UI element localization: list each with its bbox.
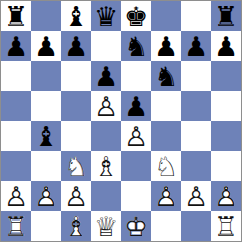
- piece-outline-glyph: ♗: [61, 211, 91, 241]
- square-a3[interactable]: [1, 151, 31, 181]
- square-a6[interactable]: [1, 61, 31, 91]
- black-pawn[interactable]: ♟: [181, 31, 211, 61]
- black-pawn[interactable]: ♟: [91, 61, 121, 91]
- piece-outline-glyph: ♗: [91, 151, 121, 181]
- square-h7[interactable]: ♟: [211, 31, 241, 61]
- square-c4[interactable]: [61, 121, 91, 151]
- white-bishop[interactable]: ♝♗: [61, 211, 91, 241]
- square-f1[interactable]: [151, 211, 181, 241]
- square-b1[interactable]: [31, 211, 61, 241]
- piece-glyph: ♟: [151, 31, 181, 61]
- square-d4[interactable]: [91, 121, 121, 151]
- square-b3[interactable]: [31, 151, 61, 181]
- chess-board: ♜♝♛♚♜♟♟♟♞♟♟♟♟♞♟♙♟♝♟♙♞♘♝♗♞♘♟♙♟♙♟♙♟♙♟♙♟♙♜♖…: [0, 0, 242, 242]
- black-queen[interactable]: ♛: [91, 1, 121, 31]
- square-a8[interactable]: ♜: [1, 1, 31, 31]
- square-c6[interactable]: [61, 61, 91, 91]
- square-d6[interactable]: ♟: [91, 61, 121, 91]
- square-b2[interactable]: ♟♙: [31, 181, 61, 211]
- square-d8[interactable]: ♛: [91, 1, 121, 31]
- square-g2[interactable]: ♟♙: [181, 181, 211, 211]
- square-e8[interactable]: ♚: [121, 1, 151, 31]
- white-pawn[interactable]: ♟♙: [1, 181, 31, 211]
- square-f8[interactable]: [151, 1, 181, 31]
- square-f6[interactable]: ♞: [151, 61, 181, 91]
- square-a1[interactable]: ♜♖: [1, 211, 31, 241]
- piece-outline-glyph: ♘: [61, 151, 91, 181]
- square-g7[interactable]: ♟: [181, 31, 211, 61]
- square-g3[interactable]: [181, 151, 211, 181]
- square-h5[interactable]: [211, 91, 241, 121]
- square-c3[interactable]: ♞♘: [61, 151, 91, 181]
- piece-glyph: ♟: [31, 31, 61, 61]
- white-pawn[interactable]: ♟♙: [121, 121, 151, 151]
- square-c1[interactable]: ♝♗: [61, 211, 91, 241]
- piece-glyph: ♟: [91, 61, 121, 91]
- piece-glyph: ♚: [121, 1, 151, 31]
- piece-outline-glyph: ♙: [151, 181, 181, 211]
- black-pawn[interactable]: ♟: [31, 31, 61, 61]
- piece-outline-glyph: ♖: [1, 211, 31, 241]
- piece-outline-glyph: ♘: [151, 151, 181, 181]
- black-bishop[interactable]: ♝: [31, 121, 61, 151]
- piece-outline-glyph: ♔: [121, 211, 151, 241]
- square-h1[interactable]: ♜♖: [211, 211, 241, 241]
- square-c7[interactable]: ♟: [61, 31, 91, 61]
- square-a5[interactable]: [1, 91, 31, 121]
- white-pawn[interactable]: ♟♙: [91, 91, 121, 121]
- black-knight[interactable]: ♞: [151, 61, 181, 91]
- piece-glyph: ♝: [61, 1, 91, 31]
- piece-outline-glyph: ♕: [91, 211, 121, 241]
- black-rook[interactable]: ♜: [211, 1, 241, 31]
- square-a2[interactable]: ♟♙: [1, 181, 31, 211]
- piece-glyph: ♞: [151, 61, 181, 91]
- square-h6[interactable]: [211, 61, 241, 91]
- square-b8[interactable]: [31, 1, 61, 31]
- black-pawn[interactable]: ♟: [211, 31, 241, 61]
- square-d5[interactable]: ♟♙: [91, 91, 121, 121]
- piece-outline-glyph: ♙: [121, 121, 151, 151]
- square-a7[interactable]: ♟: [1, 31, 31, 61]
- square-h4[interactable]: [211, 121, 241, 151]
- square-h8[interactable]: ♜: [211, 1, 241, 31]
- piece-outline-glyph: ♙: [91, 91, 121, 121]
- square-d1[interactable]: ♛♕: [91, 211, 121, 241]
- square-e7[interactable]: ♞: [121, 31, 151, 61]
- white-pawn[interactable]: ♟♙: [61, 181, 91, 211]
- square-h3[interactable]: [211, 151, 241, 181]
- square-g8[interactable]: [181, 1, 211, 31]
- piece-glyph: ♛: [91, 1, 121, 31]
- piece-outline-glyph: ♙: [211, 181, 241, 211]
- white-king[interactable]: ♚♔: [121, 211, 151, 241]
- piece-glyph: ♟: [211, 31, 241, 61]
- piece-outline-glyph: ♙: [61, 181, 91, 211]
- square-f4[interactable]: [151, 121, 181, 151]
- square-e2[interactable]: [121, 181, 151, 211]
- square-a4[interactable]: [1, 121, 31, 151]
- piece-glyph: ♝: [31, 121, 61, 151]
- black-pawn[interactable]: ♟: [61, 31, 91, 61]
- piece-glyph: ♜: [1, 1, 31, 31]
- square-b4[interactable]: ♝: [31, 121, 61, 151]
- square-e1[interactable]: ♚♔: [121, 211, 151, 241]
- white-knight[interactable]: ♞♘: [61, 151, 91, 181]
- square-f2[interactable]: ♟♙: [151, 181, 181, 211]
- piece-glyph: ♟: [121, 91, 151, 121]
- square-f5[interactable]: [151, 91, 181, 121]
- white-pawn[interactable]: ♟♙: [31, 181, 61, 211]
- square-d3[interactable]: ♝♗: [91, 151, 121, 181]
- square-e5[interactable]: ♟: [121, 91, 151, 121]
- white-pawn[interactable]: ♟♙: [181, 181, 211, 211]
- square-c2[interactable]: ♟♙: [61, 181, 91, 211]
- white-pawn[interactable]: ♟♙: [211, 181, 241, 211]
- white-queen[interactable]: ♛♕: [91, 211, 121, 241]
- piece-glyph: ♟: [61, 31, 91, 61]
- square-h2[interactable]: ♟♙: [211, 181, 241, 211]
- piece-glyph: ♜: [211, 1, 241, 31]
- white-rook[interactable]: ♜♖: [1, 211, 31, 241]
- square-f7[interactable]: ♟: [151, 31, 181, 61]
- square-c5[interactable]: [61, 91, 91, 121]
- square-b5[interactable]: [31, 91, 61, 121]
- square-b7[interactable]: ♟: [31, 31, 61, 61]
- piece-outline-glyph: ♖: [211, 211, 241, 241]
- black-king[interactable]: ♚: [121, 1, 151, 31]
- square-d2[interactable]: [91, 181, 121, 211]
- white-knight[interactable]: ♞♘: [151, 151, 181, 181]
- piece-glyph: ♟: [1, 31, 31, 61]
- white-rook[interactable]: ♜♖: [211, 211, 241, 241]
- square-c8[interactable]: ♝: [61, 1, 91, 31]
- square-e3[interactable]: [121, 151, 151, 181]
- square-f3[interactable]: ♞♘: [151, 151, 181, 181]
- square-g5[interactable]: [181, 91, 211, 121]
- black-bishop[interactable]: ♝: [61, 1, 91, 31]
- black-pawn[interactable]: ♟: [121, 91, 151, 121]
- piece-outline-glyph: ♙: [181, 181, 211, 211]
- piece-outline-glyph: ♙: [31, 181, 61, 211]
- black-pawn[interactable]: ♟: [151, 31, 181, 61]
- square-e4[interactable]: ♟♙: [121, 121, 151, 151]
- square-g4[interactable]: [181, 121, 211, 151]
- white-pawn[interactable]: ♟♙: [151, 181, 181, 211]
- black-pawn[interactable]: ♟: [1, 31, 31, 61]
- square-g1[interactable]: [181, 211, 211, 241]
- piece-outline-glyph: ♙: [1, 181, 31, 211]
- piece-glyph: ♞: [121, 31, 151, 61]
- square-g6[interactable]: [181, 61, 211, 91]
- square-e6[interactable]: [121, 61, 151, 91]
- square-d7[interactable]: [91, 31, 121, 61]
- black-knight[interactable]: ♞: [121, 31, 151, 61]
- white-bishop[interactable]: ♝♗: [91, 151, 121, 181]
- black-rook[interactable]: ♜: [1, 1, 31, 31]
- square-b6[interactable]: [31, 61, 61, 91]
- piece-glyph: ♟: [181, 31, 211, 61]
